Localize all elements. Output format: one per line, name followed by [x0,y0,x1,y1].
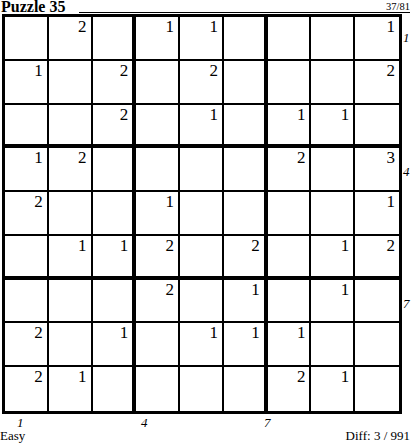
cell-r7c7[interactable] [268,280,312,324]
cell-r3c2[interactable] [49,105,93,149]
cell-r4c4[interactable] [136,148,180,192]
cell-r8c9[interactable] [355,323,399,367]
cell-r6c6: 2 [224,236,268,280]
cell-r9c3[interactable] [93,367,137,411]
cell-r4c9: 3 [355,148,399,192]
cell-r3c9[interactable] [355,105,399,149]
difficulty-label: Easy [0,428,25,444]
cell-r1c6[interactable] [224,17,268,61]
cell-r4c7: 2 [268,148,312,192]
cell-r2c3: 2 [93,61,137,105]
cell-r5c5[interactable] [180,192,224,236]
cell-r9c1: 2 [5,367,49,411]
cell-r7c2[interactable] [49,280,93,324]
cell-r9c6[interactable] [224,367,268,411]
cell-r6c5[interactable] [180,236,224,280]
cell-r3c1[interactable] [5,105,49,149]
cell-r1c4: 1 [136,17,180,61]
cell-r2c7[interactable] [268,61,312,105]
cell-r4c8[interactable] [311,148,355,192]
cell-r9c2: 1 [49,367,93,411]
cell-r6c8: 1 [311,236,355,280]
row-label-1: 1 [403,31,410,45]
col-label-7: 7 [264,416,271,430]
cell-r2c6[interactable] [224,61,268,105]
cell-r8c5: 1 [180,323,224,367]
cell-r1c2: 2 [49,17,93,61]
difficulty-score: Diff: 3 / 991 [346,428,410,444]
cell-r8c8[interactable] [311,323,355,367]
cell-r7c8: 1 [311,280,355,324]
cell-r6c3: 1 [93,236,137,280]
cell-r6c1[interactable] [5,236,49,280]
cell-r7c5[interactable] [180,280,224,324]
cell-r7c3[interactable] [93,280,137,324]
cell-r1c3[interactable] [93,17,137,61]
cell-r1c8[interactable] [311,17,355,61]
col-label-4: 4 [141,416,148,430]
cell-r5c9: 1 [355,192,399,236]
cell-r3c5: 1 [180,105,224,149]
cell-r5c6[interactable] [224,192,268,236]
cell-r1c7[interactable] [268,17,312,61]
cell-r5c4: 1 [136,192,180,236]
cell-r4c5[interactable] [180,148,224,192]
cell-r8c4[interactable] [136,323,180,367]
cell-r1c1[interactable] [5,17,49,61]
cell-r7c1[interactable] [5,280,49,324]
cell-r8c3: 1 [93,323,137,367]
givens-counter: 37/81 [386,1,410,12]
cell-r1c9: 1 [355,17,399,61]
cell-r2c2[interactable] [49,61,93,105]
cell-r6c4: 2 [136,236,180,280]
puzzle-board: 2111122221111223211112212211211112121 [2,14,402,414]
cell-r5c2[interactable] [49,192,93,236]
cell-r9c9[interactable] [355,367,399,411]
cell-r4c3[interactable] [93,148,137,192]
cell-r9c8: 1 [311,367,355,411]
cell-r4c2: 2 [49,148,93,192]
cell-r7c6: 1 [224,280,268,324]
cell-r7c9[interactable] [355,280,399,324]
cell-r3c4[interactable] [136,105,180,149]
cell-r3c6[interactable] [224,105,268,149]
cell-r4c6[interactable] [224,148,268,192]
row-label-7: 7 [403,297,410,311]
cell-r2c5: 2 [180,61,224,105]
cell-r8c1: 2 [5,323,49,367]
cell-r3c8: 1 [311,105,355,149]
cell-r5c7[interactable] [268,192,312,236]
cell-r8c7: 1 [268,323,312,367]
cell-r2c8[interactable] [311,61,355,105]
cell-r2c4[interactable] [136,61,180,105]
cell-r6c9: 2 [355,236,399,280]
title-rule [79,12,410,13]
cell-r9c7: 2 [268,367,312,411]
cell-r3c7: 1 [268,105,312,149]
cell-r4c1: 1 [5,148,49,192]
cell-r5c8[interactable] [311,192,355,236]
cell-r9c4[interactable] [136,367,180,411]
cell-r3c3: 2 [93,105,137,149]
cell-r8c6: 1 [224,323,268,367]
cell-r2c9: 2 [355,61,399,105]
cell-r5c1: 2 [5,192,49,236]
cell-r6c7[interactable] [268,236,312,280]
cell-r8c2[interactable] [49,323,93,367]
cell-r6c2: 1 [49,236,93,280]
cell-r5c3[interactable] [93,192,137,236]
cell-r1c5: 1 [180,17,224,61]
cell-r9c5[interactable] [180,367,224,411]
row-label-4: 4 [403,165,410,179]
cell-r2c1: 1 [5,61,49,105]
cell-r7c4: 2 [136,280,180,324]
